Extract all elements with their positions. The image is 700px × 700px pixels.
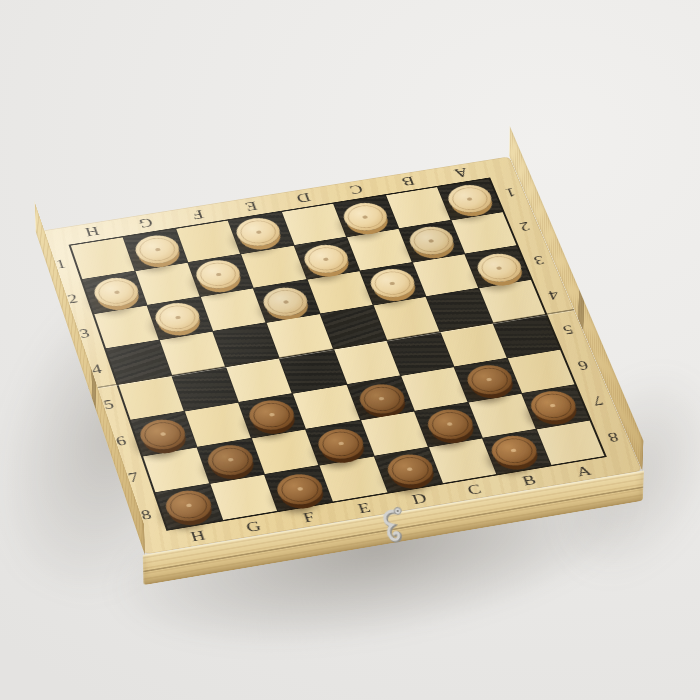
square-h7[interactable]	[143, 447, 209, 492]
dark-checker-h6[interactable]	[136, 416, 189, 452]
light-checker-d2[interactable]	[300, 242, 353, 276]
square-a8[interactable]	[537, 421, 605, 465]
dark-checker-d8[interactable]	[383, 451, 438, 487]
dark-checker-b8[interactable]	[487, 433, 542, 469]
square-g5[interactable]	[172, 367, 237, 411]
square-g8[interactable]	[210, 475, 277, 520]
square-b6[interactable]	[454, 358, 521, 401]
light-checker-e3[interactable]	[260, 285, 313, 319]
light-checker-c3[interactable]	[366, 266, 419, 300]
light-checker-b2[interactable]	[405, 224, 458, 258]
light-checker-e1[interactable]	[233, 215, 285, 249]
square-c7[interactable]	[415, 403, 482, 447]
light-checker-a3[interactable]	[473, 251, 526, 285]
square-a5[interactable]	[493, 315, 559, 358]
square-b7[interactable]	[468, 394, 535, 438]
board-3d-wrap: HGFEDCBA HGFEDCBA 12345678 12345678	[36, 156, 642, 554]
dark-checker-c7[interactable]	[423, 406, 477, 442]
dark-checker-f8[interactable]	[273, 471, 327, 508]
dark-checker-b6[interactable]	[462, 362, 516, 397]
square-g7[interactable]	[198, 438, 264, 483]
square-e8[interactable]	[320, 457, 387, 502]
square-a6[interactable]	[508, 349, 575, 392]
dark-checker-h8[interactable]	[162, 487, 216, 524]
square-f8[interactable]	[265, 466, 332, 511]
square-f7[interactable]	[252, 429, 319, 474]
dark-checker-f6[interactable]	[245, 397, 299, 433]
square-h5[interactable]	[118, 376, 183, 420]
light-checker-g3[interactable]	[151, 300, 204, 335]
square-e6[interactable]	[293, 385, 359, 429]
square-c6[interactable]	[401, 367, 467, 411]
square-e5[interactable]	[280, 349, 346, 392]
light-checker-h2[interactable]	[90, 275, 142, 309]
dark-checker-g7[interactable]	[204, 442, 258, 478]
square-h8[interactable]	[156, 484, 223, 529]
dark-checker-e7[interactable]	[314, 426, 368, 462]
light-checker-g1[interactable]	[132, 233, 184, 267]
square-g6[interactable]	[185, 402, 251, 446]
light-checker-a1[interactable]	[444, 182, 496, 215]
light-checker-f2[interactable]	[192, 257, 244, 291]
square-a7[interactable]	[522, 385, 589, 429]
dark-checker-a7[interactable]	[526, 388, 581, 424]
square-d8[interactable]	[374, 447, 441, 492]
square-f6[interactable]	[239, 394, 305, 438]
square-b8[interactable]	[483, 429, 551, 474]
square-h6[interactable]	[131, 411, 197, 455]
square-f5[interactable]	[226, 358, 292, 401]
clasp-hook-icon	[374, 503, 410, 549]
square-e7[interactable]	[306, 420, 373, 464]
square-d6[interactable]	[347, 376, 413, 420]
light-checker-c1[interactable]	[339, 200, 391, 233]
photo-scene: HGFEDCBA HGFEDCBA 12345678 12345678	[0, 0, 700, 700]
dark-checker-d6[interactable]	[355, 381, 409, 417]
square-c8[interactable]	[429, 438, 496, 483]
square-d7[interactable]	[361, 411, 428, 455]
